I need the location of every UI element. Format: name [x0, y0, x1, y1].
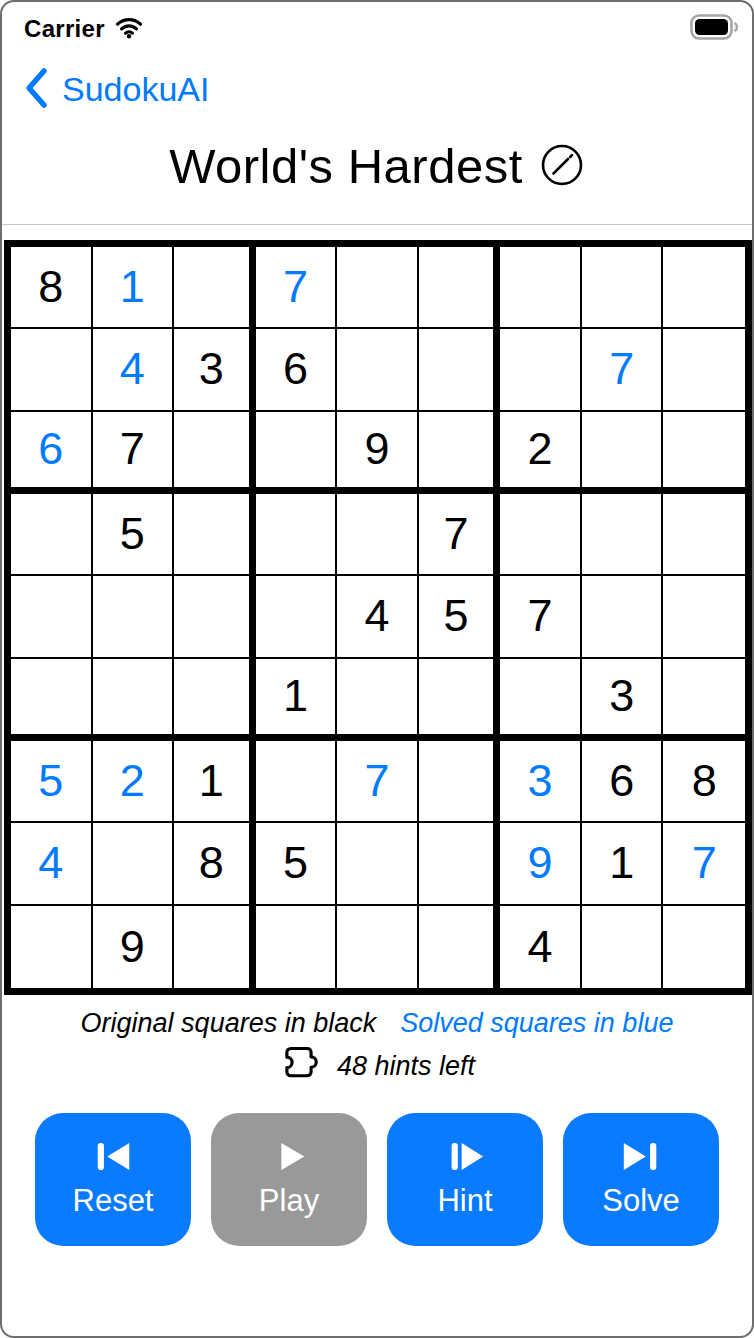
sudoku-cell-r7c3[interactable]: 1: [174, 741, 256, 823]
sudoku-cell-r9c8[interactable]: [582, 906, 664, 988]
sudoku-cell-r7c5[interactable]: 7: [337, 741, 419, 823]
sudoku-cell-r9c6[interactable]: [419, 906, 501, 988]
sudoku-grid: 817436767925745713521736848591794: [4, 240, 752, 995]
sudoku-cell-r1c4[interactable]: 7: [256, 247, 338, 329]
sudoku-cell-r6c4[interactable]: 1: [256, 659, 338, 741]
separator: [2, 224, 752, 225]
sudoku-cell-r1c1[interactable]: 8: [11, 247, 93, 329]
solve-button-label: Solve: [602, 1183, 680, 1219]
sudoku-cell-r3c2[interactable]: 7: [93, 412, 175, 494]
battery-icon: [690, 14, 738, 44]
sudoku-cell-r8c9[interactable]: 7: [663, 823, 745, 905]
sudoku-cell-r1c3[interactable]: [174, 247, 256, 329]
sudoku-cell-r6c6[interactable]: [419, 659, 501, 741]
sudoku-cell-r3c4[interactable]: [256, 412, 338, 494]
sudoku-cell-r8c7[interactable]: 9: [500, 823, 582, 905]
back-button[interactable]: SudokuAI: [22, 67, 209, 112]
play-button[interactable]: Play: [211, 1113, 367, 1246]
sudoku-cell-r8c2[interactable]: [93, 823, 175, 905]
step-forward-icon: [443, 1140, 487, 1176]
sudoku-cell-r3c5[interactable]: 9: [337, 412, 419, 494]
sudoku-cell-r8c8[interactable]: 1: [582, 823, 664, 905]
sudoku-cell-r4c2[interactable]: 5: [93, 494, 175, 576]
sudoku-cell-r9c1[interactable]: [11, 906, 93, 988]
sudoku-cell-r4c5[interactable]: [337, 494, 419, 576]
nav-bar: SudokuAI: [2, 66, 752, 112]
solve-button[interactable]: Solve: [563, 1113, 719, 1246]
play-icon: [267, 1140, 311, 1176]
sudoku-cell-r1c7[interactable]: [500, 247, 582, 329]
sudoku-cell-r6c3[interactable]: [174, 659, 256, 741]
edit-title-button[interactable]: [539, 142, 585, 191]
toolbar: Reset Play Hint: [2, 1113, 752, 1246]
sudoku-cell-r4c8[interactable]: [582, 494, 664, 576]
sudoku-cell-r4c1[interactable]: [11, 494, 93, 576]
sudoku-cell-r2c6[interactable]: [419, 329, 501, 411]
sudoku-cell-r9c3[interactable]: [174, 906, 256, 988]
sudoku-cell-r6c5[interactable]: [337, 659, 419, 741]
sudoku-cell-r3c6[interactable]: [419, 412, 501, 494]
sudoku-cell-r7c6[interactable]: [419, 741, 501, 823]
sudoku-cell-r5c4[interactable]: [256, 576, 338, 658]
sudoku-cell-r9c2[interactable]: 9: [93, 906, 175, 988]
back-button-label: SudokuAI: [62, 70, 209, 109]
sudoku-cell-r8c1[interactable]: 4: [11, 823, 93, 905]
sudoku-cell-r2c2[interactable]: 4: [93, 329, 175, 411]
sudoku-cell-r7c9[interactable]: 8: [663, 741, 745, 823]
sudoku-cell-r2c5[interactable]: [337, 329, 419, 411]
sudoku-cell-r5c1[interactable]: [11, 576, 93, 658]
sudoku-cell-r9c7[interactable]: 4: [500, 906, 582, 988]
sudoku-cell-r6c1[interactable]: [11, 659, 93, 741]
play-button-label: Play: [259, 1183, 319, 1219]
sudoku-cell-r6c9[interactable]: [663, 659, 745, 741]
sudoku-cell-r2c1[interactable]: [11, 329, 93, 411]
sudoku-cell-r9c5[interactable]: [337, 906, 419, 988]
carrier-label: Carrier: [24, 15, 105, 43]
sudoku-cell-r8c4[interactable]: 5: [256, 823, 338, 905]
sudoku-cell-r6c2[interactable]: [93, 659, 175, 741]
sudoku-cell-r9c9[interactable]: [663, 906, 745, 988]
skip-forward-icon: [619, 1140, 663, 1176]
sudoku-cell-r5c6[interactable]: 5: [419, 576, 501, 658]
sudoku-cell-r3c7[interactable]: 2: [500, 412, 582, 494]
sudoku-cell-r3c9[interactable]: [663, 412, 745, 494]
skip-back-icon: [91, 1140, 135, 1176]
sudoku-cell-r7c7[interactable]: 3: [500, 741, 582, 823]
hint-button-label: Hint: [437, 1183, 492, 1219]
chevron-left-icon: [22, 67, 50, 112]
sudoku-cell-r4c6[interactable]: 7: [419, 494, 501, 576]
sudoku-cell-r2c7[interactable]: [500, 329, 582, 411]
page-title: World's Hardest: [169, 138, 523, 194]
sudoku-cell-r2c8[interactable]: 7: [582, 329, 664, 411]
sudoku-cell-r9c4[interactable]: [256, 906, 338, 988]
legend: Original squares in black Solved squares…: [2, 1008, 752, 1090]
sudoku-cell-r5c8[interactable]: [582, 576, 664, 658]
sudoku-cell-r4c9[interactable]: [663, 494, 745, 576]
sudoku-cell-r5c3[interactable]: [174, 576, 256, 658]
legend-solved-label: Solved squares in blue: [400, 1008, 673, 1039]
sudoku-cell-r6c7[interactable]: [500, 659, 582, 741]
status-bar: Carrier: [2, 2, 752, 46]
sudoku-cell-r8c3[interactable]: 8: [174, 823, 256, 905]
sudoku-cell-r5c9[interactable]: [663, 576, 745, 658]
sudoku-cell-r3c3[interactable]: [174, 412, 256, 494]
sudoku-cell-r4c7[interactable]: [500, 494, 582, 576]
sudoku-cell-r8c6[interactable]: [419, 823, 501, 905]
wifi-icon: [115, 17, 143, 43]
sudoku-cell-r3c1[interactable]: 6: [11, 412, 93, 494]
sudoku-cell-r7c2[interactable]: 2: [93, 741, 175, 823]
sudoku-cell-r2c4[interactable]: 6: [256, 329, 338, 411]
sudoku-cell-r6c8[interactable]: 3: [582, 659, 664, 741]
hints-left-label: 48 hints left: [337, 1051, 475, 1082]
sudoku-cell-r1c5[interactable]: [337, 247, 419, 329]
sudoku-cell-r1c6[interactable]: [419, 247, 501, 329]
sudoku-cell-r8c5[interactable]: [337, 823, 419, 905]
sudoku-cell-r4c4[interactable]: [256, 494, 338, 576]
sudoku-cell-r1c9[interactable]: [663, 247, 745, 329]
sudoku-cell-r5c5[interactable]: 4: [337, 576, 419, 658]
hint-button[interactable]: Hint: [387, 1113, 543, 1246]
sudoku-cell-r7c1[interactable]: 5: [11, 741, 93, 823]
app-window: Carrier SudokuAI: [0, 0, 754, 1338]
sudoku-cell-r7c8[interactable]: 6: [582, 741, 664, 823]
sudoku-cell-r7c4[interactable]: [256, 741, 338, 823]
sudoku-cell-r4c3[interactable]: [174, 494, 256, 576]
pencil-circle-icon: [539, 142, 585, 191]
sudoku-cell-r5c7[interactable]: 7: [500, 576, 582, 658]
puzzle-piece-icon: [279, 1043, 325, 1090]
reset-button-label: Reset: [73, 1183, 154, 1219]
sudoku-cell-r2c3[interactable]: 3: [174, 329, 256, 411]
sudoku-cell-r3c8[interactable]: [582, 412, 664, 494]
legend-original-label: Original squares in black: [81, 1008, 377, 1039]
reset-button[interactable]: Reset: [35, 1113, 191, 1246]
sudoku-cell-r2c9[interactable]: [663, 329, 745, 411]
sudoku-cell-r1c8[interactable]: [582, 247, 664, 329]
sudoku-cell-r5c2[interactable]: [93, 576, 175, 658]
sudoku-cell-r1c2[interactable]: 1: [93, 247, 175, 329]
title-row: World's Hardest: [2, 138, 752, 194]
